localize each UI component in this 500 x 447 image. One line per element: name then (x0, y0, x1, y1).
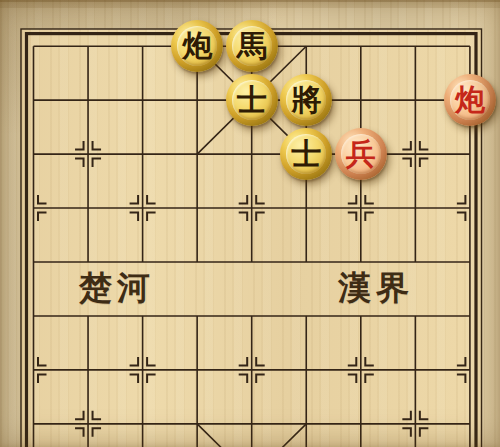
piece-black-general[interactable]: 將 (280, 74, 332, 126)
piece-glyph: 馬 (237, 31, 267, 61)
piece-glyph: 炮 (455, 85, 485, 115)
river-label-chu-he: 楚河 (79, 266, 155, 311)
xiangqi-board-screenshot: 楚河 漢界 炮馬士將士兵炮 (0, 0, 500, 447)
piece-black-cannon[interactable]: 炮 (171, 20, 223, 72)
piece-black-advisor-2[interactable]: 士 (280, 128, 332, 180)
piece-black-advisor-1[interactable]: 士 (226, 74, 278, 126)
piece-glyph: 士 (291, 139, 321, 169)
river-label-han-jie: 漢界 (338, 266, 414, 311)
piece-glyph: 士 (237, 85, 267, 115)
piece-glyph: 兵 (346, 139, 376, 169)
piece-glyph: 將 (291, 85, 321, 115)
piece-red-cannon[interactable]: 炮 (444, 74, 496, 126)
piece-red-soldier[interactable]: 兵 (335, 128, 387, 180)
piece-black-horse[interactable]: 馬 (226, 20, 278, 72)
piece-glyph: 炮 (182, 31, 212, 61)
